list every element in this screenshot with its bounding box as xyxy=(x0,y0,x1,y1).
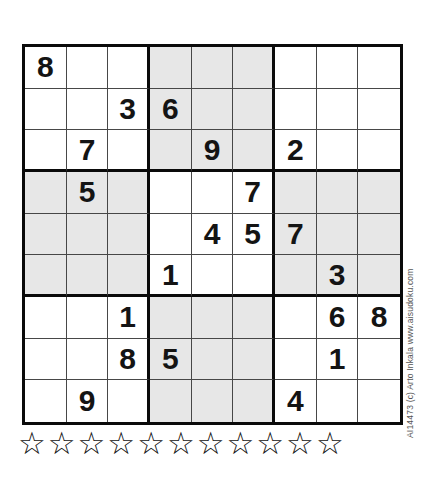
cell-r3c1[interactable] xyxy=(25,130,67,172)
cell-r5c6[interactable]: 5 xyxy=(233,214,275,256)
cell-r6c1[interactable] xyxy=(25,255,67,297)
cell-r1c7[interactable] xyxy=(275,47,317,89)
cell-r1c8[interactable] xyxy=(317,47,359,89)
cell-r7c3[interactable]: 1 xyxy=(108,297,150,339)
cell-r4c6[interactable]: 7 xyxy=(233,172,275,214)
cell-r8c6[interactable] xyxy=(233,339,275,381)
cell-r8c3[interactable]: 8 xyxy=(108,339,150,381)
cell-r8c7[interactable] xyxy=(275,339,317,381)
cell-r1c6[interactable] xyxy=(233,47,275,89)
cell-r7c5[interactable] xyxy=(192,297,234,339)
difficulty-stars: ☆☆☆☆☆☆☆☆☆☆☆ xyxy=(18,427,346,461)
cell-r7c9[interactable]: 8 xyxy=(358,297,400,339)
cell-r3c8[interactable] xyxy=(317,130,359,172)
cell-r3c5[interactable]: 9 xyxy=(192,130,234,172)
cell-r9c9[interactable] xyxy=(358,380,400,422)
cell-r8c4[interactable]: 5 xyxy=(150,339,192,381)
cell-r1c1[interactable]: 8 xyxy=(25,47,67,89)
cell-r5c8[interactable] xyxy=(317,214,359,256)
cell-r3c7[interactable]: 2 xyxy=(275,130,317,172)
cell-r9c3[interactable] xyxy=(108,380,150,422)
cell-r6c2[interactable] xyxy=(67,255,109,297)
cell-r7c2[interactable] xyxy=(67,297,109,339)
cell-r9c2[interactable]: 9 xyxy=(67,380,109,422)
cell-r5c1[interactable] xyxy=(25,214,67,256)
cell-r2c7[interactable] xyxy=(275,89,317,131)
cell-r4c5[interactable] xyxy=(192,172,234,214)
cell-r5c3[interactable] xyxy=(108,214,150,256)
cell-r2c1[interactable] xyxy=(25,89,67,131)
sudoku-board: 836792574571316885194 xyxy=(22,44,403,425)
cell-r5c4[interactable] xyxy=(150,214,192,256)
copyright-credit: AI14473 (c) Arto Inkala www.aisudoku.com xyxy=(405,268,415,438)
cell-r1c2[interactable] xyxy=(67,47,109,89)
cell-r2c2[interactable] xyxy=(67,89,109,131)
cell-r9c1[interactable] xyxy=(25,380,67,422)
cell-r4c7[interactable] xyxy=(275,172,317,214)
cell-r2c4[interactable]: 6 xyxy=(150,89,192,131)
cell-r1c4[interactable] xyxy=(150,47,192,89)
cell-r8c5[interactable] xyxy=(192,339,234,381)
cell-r6c9[interactable] xyxy=(358,255,400,297)
cell-r1c5[interactable] xyxy=(192,47,234,89)
cell-r9c7[interactable]: 4 xyxy=(275,380,317,422)
cell-r2c3[interactable]: 3 xyxy=(108,89,150,131)
cell-r5c2[interactable] xyxy=(67,214,109,256)
cell-r6c3[interactable] xyxy=(108,255,150,297)
cell-r8c9[interactable] xyxy=(358,339,400,381)
cell-r1c9[interactable] xyxy=(358,47,400,89)
cell-r4c2[interactable]: 5 xyxy=(67,172,109,214)
cell-r1c3[interactable] xyxy=(108,47,150,89)
cell-r9c6[interactable] xyxy=(233,380,275,422)
cell-r6c5[interactable] xyxy=(192,255,234,297)
cell-r5c9[interactable] xyxy=(358,214,400,256)
cell-r2c8[interactable] xyxy=(317,89,359,131)
cell-r3c4[interactable] xyxy=(150,130,192,172)
cell-r9c8[interactable] xyxy=(317,380,359,422)
cell-r6c7[interactable] xyxy=(275,255,317,297)
cell-r3c9[interactable] xyxy=(358,130,400,172)
cell-r5c5[interactable]: 4 xyxy=(192,214,234,256)
cell-r2c9[interactable] xyxy=(358,89,400,131)
cell-r3c2[interactable]: 7 xyxy=(67,130,109,172)
cell-r7c4[interactable] xyxy=(150,297,192,339)
cell-r7c7[interactable] xyxy=(275,297,317,339)
cell-r6c4[interactable]: 1 xyxy=(150,255,192,297)
cell-r4c8[interactable] xyxy=(317,172,359,214)
cell-r9c5[interactable] xyxy=(192,380,234,422)
cell-r2c6[interactable] xyxy=(233,89,275,131)
cell-r7c6[interactable] xyxy=(233,297,275,339)
cell-r9c4[interactable] xyxy=(150,380,192,422)
cell-r8c2[interactable] xyxy=(67,339,109,381)
cell-r3c3[interactable] xyxy=(108,130,150,172)
cell-r6c8[interactable]: 3 xyxy=(317,255,359,297)
cell-r5c7[interactable]: 7 xyxy=(275,214,317,256)
cell-r3c6[interactable] xyxy=(233,130,275,172)
cell-r4c4[interactable] xyxy=(150,172,192,214)
cell-r4c1[interactable] xyxy=(25,172,67,214)
cell-r8c8[interactable]: 1 xyxy=(317,339,359,381)
cell-r7c8[interactable]: 6 xyxy=(317,297,359,339)
cell-r4c3[interactable] xyxy=(108,172,150,214)
cell-r4c9[interactable] xyxy=(358,172,400,214)
sudoku-page: 836792574571316885194 AI14473 (c) Arto I… xyxy=(0,0,422,500)
cell-r8c1[interactable] xyxy=(25,339,67,381)
cell-r7c1[interactable] xyxy=(25,297,67,339)
cell-r6c6[interactable] xyxy=(233,255,275,297)
cell-r2c5[interactable] xyxy=(192,89,234,131)
